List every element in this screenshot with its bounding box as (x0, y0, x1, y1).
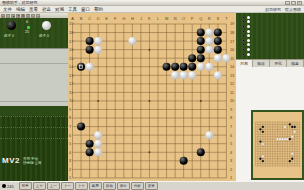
nav-button-2[interactable]: 上一 (47, 182, 60, 190)
nav-button-1[interactable]: 上十 (33, 182, 46, 190)
white-go-stone (286, 138, 288, 140)
white-go-stone (262, 155, 264, 157)
white-go-stone (205, 29, 213, 37)
row-label-left: 10 (69, 98, 74, 103)
star-point (277, 158, 278, 159)
app-window: 围棋助手 - 对局研究 ─ □ × 文件编辑查看棋盘对局工具窗口帮助对局研究联众… (0, 0, 304, 190)
mv2-title: MV2 (2, 156, 20, 165)
black-player-stone-icon (7, 21, 16, 30)
col-label: D (97, 16, 100, 21)
col-label: E (105, 16, 108, 21)
menu-item-0[interactable]: 文件 (3, 7, 12, 12)
black-go-stone (197, 29, 205, 37)
col-label: L (157, 16, 160, 21)
mini-go-board[interactable] (253, 112, 302, 178)
row-label-right: 14 (230, 64, 235, 69)
black-go-stone (77, 63, 85, 71)
col-label: A (71, 16, 74, 21)
row-label-right: 3 (230, 158, 233, 163)
toolbar-icon-3[interactable]: ▼ (16, 14, 20, 18)
white-go-stone (262, 143, 264, 145)
black-go-stone (259, 158, 261, 160)
right-panel-tabs: 对局棋谱变化棋盘 (236, 59, 304, 67)
mv2-panel: MV2 开局 手动 快捷键 空格 (0, 116, 68, 181)
row-label-right: 17 (230, 39, 235, 44)
menu-item-6[interactable]: 窗口 (81, 7, 90, 12)
white-go-stone (281, 138, 283, 140)
nav-button-6[interactable]: 自动 (103, 182, 116, 190)
white-go-stone (86, 63, 94, 71)
white-stone-icon (247, 48, 250, 51)
col-label: N (174, 16, 177, 21)
black-go-stone (291, 158, 293, 160)
row-label-right: 16 (230, 47, 235, 52)
star-point (148, 49, 150, 51)
row-label-left: 13 (69, 73, 74, 78)
divider (0, 127, 68, 128)
tab-2[interactable]: 变化 (270, 60, 287, 67)
toolbar-icon-6[interactable]: + (31, 14, 35, 18)
row-label-left: 2 (69, 167, 72, 172)
right-panel-content (236, 67, 304, 181)
white-go-stone (222, 54, 230, 62)
row-label-left: 8 (69, 115, 72, 120)
center-info-top: 0 (26, 20, 28, 24)
nav-button-9[interactable]: 设置 (145, 182, 158, 190)
row-label-left: 17 (69, 39, 74, 44)
white-go-stone (94, 140, 102, 148)
white-go-stone (214, 54, 222, 62)
move-list[interactable] (236, 13, 304, 59)
row-label-left: 14 (69, 64, 74, 69)
white-go-stone (276, 138, 278, 140)
col-label: R (208, 16, 211, 21)
row-label-left: 7 (69, 124, 72, 129)
row-label-right: 12 (230, 81, 235, 86)
black-go-stone (197, 148, 205, 156)
white-stone-icon (247, 25, 250, 28)
nav-button-4[interactable]: 下十 (75, 182, 88, 190)
black-go-stone (180, 63, 188, 71)
white-go-stone (291, 136, 293, 138)
row-label-right: 9 (230, 107, 233, 112)
black-go-stone (180, 157, 188, 165)
tab-0[interactable]: 对局 (236, 60, 253, 67)
menu-item-4[interactable]: 对局 (55, 7, 64, 12)
white-player-stone-icon (42, 21, 51, 30)
col-label: T (225, 16, 228, 21)
menu-item-7[interactable]: 帮助 (94, 7, 103, 12)
row-label-right: 19 (230, 21, 235, 26)
black-go-stone (291, 126, 293, 128)
black-stone-icon (242, 30, 245, 33)
row-label-left: 16 (69, 47, 74, 52)
menu-right-labels: 对局研究联众围棋 (261, 7, 301, 12)
toolbar-icon-5[interactable]: 1 (26, 14, 30, 18)
white-go-stone (94, 148, 102, 156)
star-point (148, 151, 150, 153)
black-go-stone (259, 128, 261, 130)
black-stone-icon (242, 25, 245, 28)
row-label-right: 15 (230, 56, 235, 61)
nav-button-0[interactable]: 初手 (19, 182, 32, 190)
toolbar-icon-2[interactable]: ▲ (11, 14, 15, 18)
black-stone-icon (242, 16, 245, 19)
row-label-left: 12 (69, 81, 74, 86)
row-label-left: 3 (69, 158, 72, 163)
row-label-left: 19 (69, 21, 74, 26)
toolbar-icon-7[interactable]: — (36, 14, 40, 18)
col-label: Q (199, 16, 202, 21)
white-go-stone (94, 131, 102, 139)
col-label: F (114, 16, 117, 21)
black-go-stone (289, 160, 291, 162)
black-go-stone (77, 123, 85, 131)
row-label-left: 9 (69, 107, 72, 112)
white-go-stone (205, 63, 213, 71)
white-stone-icon (247, 30, 250, 33)
close-button[interactable]: × (297, 1, 302, 5)
info-list-area[interactable] (0, 48, 68, 106)
white-stone-icon (247, 43, 250, 46)
row-label-right: 13 (230, 73, 235, 78)
player-info-area: 0 25 提子 0 提子 0 (0, 18, 68, 48)
white-stone-icon (247, 39, 250, 42)
maximize-button[interactable]: □ (291, 1, 296, 5)
black-stone-icon (242, 34, 245, 37)
divider (0, 116, 68, 117)
bottom-toolbar: 245 初手上十上一下一下十终局自动保存分析设置 (0, 181, 304, 190)
black-go-stone (214, 46, 222, 54)
star-point (292, 144, 293, 145)
row-label-left: 4 (69, 150, 72, 155)
left-panel: ●○▲▼A1+— 0 25 提子 0 提子 0 MV2 开局 手动 (0, 13, 68, 181)
black-go-stone (188, 54, 196, 62)
row-label-right: 1 (230, 175, 233, 180)
row-label-right: 8 (230, 115, 233, 120)
black-stone-icon (242, 39, 245, 42)
star-point (292, 129, 293, 130)
center-info-bottom: 25 (25, 30, 29, 34)
move-list-row[interactable] (242, 52, 304, 57)
star-point (277, 129, 278, 130)
row-label-left: 18 (69, 30, 74, 35)
black-go-stone (163, 63, 171, 71)
star-point (97, 100, 99, 102)
row-label-right: 6 (230, 133, 233, 138)
black-stone-icon (242, 20, 245, 23)
go-board[interactable]: A1919B1818C1717D1616E1515F1414G1313H1212… (68, 13, 236, 181)
white-stone-icon (247, 20, 250, 23)
black-go-stone (289, 138, 291, 140)
menu-item-3[interactable]: 棋盘 (42, 7, 51, 12)
star-point (200, 100, 202, 102)
white-stone-icon (247, 53, 250, 56)
menu-item-5[interactable]: 工具 (68, 7, 77, 12)
col-label: B (80, 16, 83, 21)
row-label-right: 2 (230, 167, 233, 172)
col-label: K (148, 16, 151, 21)
col-label: G (122, 16, 125, 21)
row-label-left: 1 (69, 175, 72, 180)
toolbar-icon-0[interactable]: ● (1, 14, 5, 18)
black-go-stone (197, 37, 205, 45)
minimize-button[interactable]: ─ (285, 1, 290, 5)
col-label: P (191, 16, 194, 21)
row-label-right: 5 (230, 141, 233, 146)
black-go-stone (86, 148, 94, 156)
white-go-stone (171, 71, 179, 79)
white-go-stone (128, 37, 136, 45)
toolbar-icon-4[interactable]: A (21, 14, 25, 18)
black-go-stone (171, 63, 179, 71)
menu-extra-1[interactable]: 联众围棋 (285, 7, 301, 12)
black-stone-icon (242, 43, 245, 46)
menu-item-1[interactable]: 编辑 (16, 7, 25, 12)
white-go-stone (214, 71, 222, 79)
black-go-stone (86, 46, 94, 54)
row-label-right: 4 (230, 150, 233, 155)
row-label-left: 5 (69, 141, 72, 146)
current-stone-icon (2, 184, 6, 188)
white-go-stone (279, 138, 281, 140)
toolbar-icon-1[interactable]: ○ (6, 14, 10, 18)
nav-button-3[interactable]: 下一 (61, 182, 74, 190)
white-go-stone (94, 46, 102, 54)
row-label-right: 7 (230, 124, 233, 129)
black-go-stone (294, 126, 296, 128)
star-point (262, 158, 263, 159)
white-go-stone (205, 37, 213, 45)
white-go-stone (205, 131, 213, 139)
move-status: 245 (2, 184, 16, 189)
black-go-stone (262, 160, 264, 162)
col-label: J (140, 16, 142, 21)
col-label: H (131, 16, 134, 21)
black-go-stone (262, 126, 264, 128)
status-dot (27, 26, 30, 29)
menu-extra-0[interactable]: 对局研究 (265, 7, 281, 12)
tab-1[interactable]: 棋谱 (253, 60, 270, 67)
black-go-stone (188, 63, 196, 71)
black-stone-icon (242, 48, 245, 51)
white-go-stone (284, 138, 286, 140)
white-go-stone (197, 63, 205, 71)
col-label: M (165, 16, 168, 21)
nav-button-8[interactable]: 分析 (131, 182, 144, 190)
right-panel: 对局棋谱变化棋盘 (236, 13, 304, 181)
black-go-stone (214, 37, 222, 45)
row-label-right: 11 (230, 90, 235, 95)
black-go-stone (289, 123, 291, 125)
row-label-left: 6 (69, 133, 72, 138)
black-go-stone (197, 46, 205, 54)
white-go-stone (294, 131, 296, 133)
col-label: S (217, 16, 220, 21)
nav-button-7[interactable]: 保存 (117, 182, 130, 190)
star-point (262, 129, 263, 130)
black-go-stone (86, 37, 94, 45)
white-stone-icon (247, 34, 250, 37)
divider (0, 138, 68, 139)
mini-board-svg[interactable] (253, 112, 302, 178)
black-captures-label: 提子 0 (4, 34, 14, 38)
main-area: ●○▲▼A1+— 0 25 提子 0 提子 0 MV2 开局 手动 (0, 13, 304, 181)
white-go-stone (180, 71, 188, 79)
star-point (277, 144, 278, 145)
col-label: O (182, 16, 185, 21)
white-captures-label: 提子 0 (39, 34, 49, 38)
nav-button-5[interactable]: 终局 (89, 182, 102, 190)
menu-bar: 文件编辑查看棋盘对局工具窗口帮助对局研究联众围棋 (0, 6, 304, 13)
black-go-stone (214, 29, 222, 37)
black-go-stone (259, 140, 261, 142)
black-go-stone (197, 54, 205, 62)
black-go-stone (86, 140, 94, 148)
move-number: 245 (7, 184, 14, 189)
white-stone-icon (247, 16, 250, 19)
black-go-stone (262, 131, 264, 133)
white-go-stone (94, 37, 102, 45)
mini-board-frame (251, 110, 304, 180)
mv2-subtitle-2: 快捷键 空格 (23, 161, 41, 165)
row-label-right: 18 (230, 30, 235, 35)
row-label-right: 10 (230, 98, 235, 103)
star-point (148, 100, 150, 102)
white-go-stone (205, 46, 213, 54)
tab-3[interactable]: 棋盘 (287, 60, 304, 67)
main-board-svg[interactable]: A1919B1818C1717D1616E1515F1414G1313H1212… (68, 13, 236, 181)
white-go-stone (284, 126, 286, 128)
row-label-left: 15 (69, 56, 74, 61)
black-stone-icon (242, 53, 245, 56)
white-go-stone (188, 71, 196, 79)
window-title: 围棋助手 - 对局研究 (2, 0, 284, 5)
white-go-stone (291, 153, 293, 155)
menu-item-2[interactable]: 查看 (29, 7, 38, 12)
col-label: C (88, 16, 91, 21)
